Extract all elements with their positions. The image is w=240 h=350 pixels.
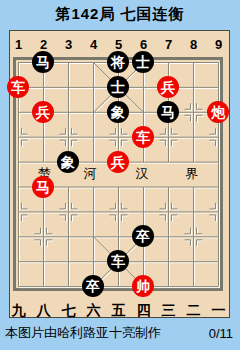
file-number: 六: [81, 302, 106, 320]
piece-red[interactable]: 帅: [132, 275, 154, 297]
file-number: 1: [6, 37, 31, 52]
piece-black[interactable]: 象: [57, 151, 79, 173]
piece-red[interactable]: 兵: [157, 76, 179, 98]
file-number: 5: [106, 37, 131, 52]
file-numbers-top: 1 2 3 4 5 6 7 8 9: [6, 37, 231, 52]
file-number: 9: [206, 37, 231, 52]
puzzle-title: 第142局 七国连衡: [0, 5, 240, 24]
piece-red[interactable]: 兵: [107, 151, 129, 173]
file-number: 八: [31, 302, 56, 320]
piece-red[interactable]: 车: [7, 76, 29, 98]
file-number: 九: [6, 302, 31, 320]
river-label: 汉: [136, 165, 149, 183]
file-number: 三: [156, 302, 181, 320]
file-number: 四: [131, 302, 156, 320]
piece-black[interactable]: 士: [132, 51, 154, 73]
move-counter: 0/11: [209, 326, 233, 341]
file-number: 2: [31, 37, 56, 52]
river-label: 界: [186, 165, 199, 183]
board-panel: 1 2 3 4 5 6 7 8 9 楚 河 汉 界 马将士车士兵兵象马炮车象兵马…: [9, 30, 230, 318]
piece-red[interactable]: 兵: [32, 101, 54, 123]
file-number: 一: [206, 302, 231, 320]
footer: 本图片由哈利路亚十亮制作 0/11: [5, 324, 233, 342]
screen: { "game": "xiangqi", "title": "第142局 七国连…: [0, 0, 240, 350]
piece-black[interactable]: 卒: [82, 275, 104, 297]
piece-black[interactable]: 将: [107, 51, 129, 73]
piece-red[interactable]: 车: [132, 126, 154, 148]
file-numbers-bottom: 九 八 七 六 五 四 三 二 一: [6, 302, 231, 320]
piece-black[interactable]: 象: [107, 101, 129, 123]
credit-text: 本图片由哈利路亚十亮制作: [5, 324, 161, 342]
file-number: 3: [56, 37, 81, 52]
file-number: 7: [156, 37, 181, 52]
river-label: 河: [84, 165, 97, 183]
file-number: 8: [181, 37, 206, 52]
file-number: 七: [56, 302, 81, 320]
piece-red[interactable]: 炮: [207, 101, 229, 123]
file-number: 6: [131, 37, 156, 52]
piece-red[interactable]: 马: [32, 176, 54, 198]
piece-black[interactable]: 士: [107, 76, 129, 98]
file-number: 4: [81, 37, 106, 52]
piece-black[interactable]: 马: [157, 101, 179, 123]
piece-black[interactable]: 马: [32, 51, 54, 73]
file-number: 五: [106, 302, 131, 320]
file-number: 二: [181, 302, 206, 320]
